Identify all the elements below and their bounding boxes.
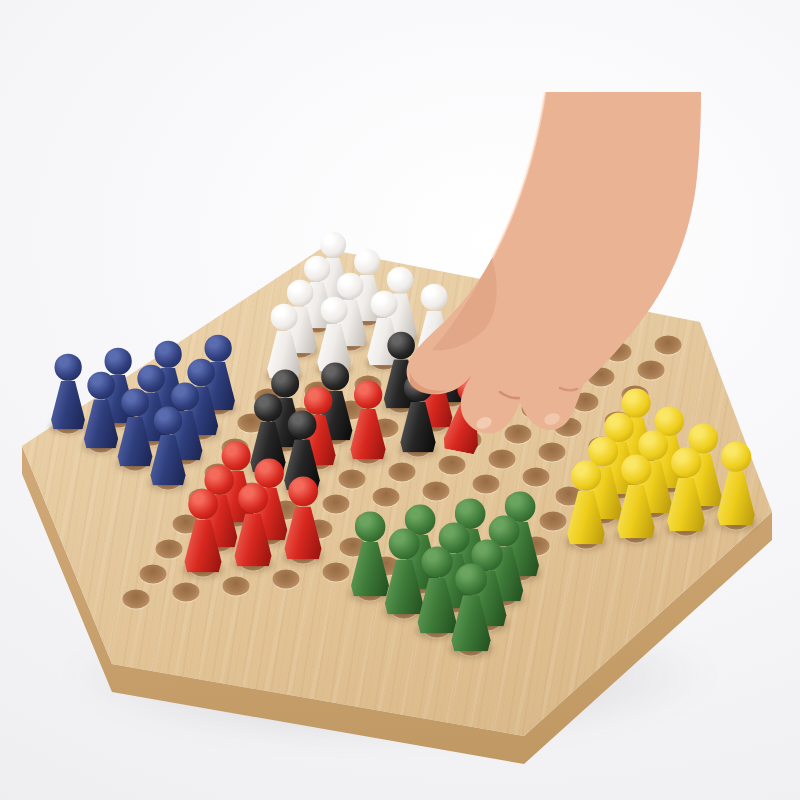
peg-body	[183, 520, 223, 573]
peg-head	[288, 411, 316, 439]
peg-black[interactable]	[397, 373, 439, 452]
peg-head	[121, 389, 149, 417]
peg-head	[54, 354, 81, 381]
peg-body	[616, 485, 657, 539]
peg-head	[371, 290, 398, 317]
peg-white[interactable]	[314, 297, 354, 372]
peg-head	[387, 266, 413, 292]
peg-yellow[interactable]	[564, 461, 609, 545]
peg-head	[404, 373, 432, 401]
peg-head	[288, 476, 317, 505]
peg-layer	[0, 0, 800, 800]
peg-red[interactable]	[230, 483, 275, 566]
peg-head	[455, 564, 486, 595]
peg-yellow[interactable]	[614, 454, 659, 538]
peg-body	[233, 513, 273, 566]
peg-body	[399, 402, 437, 452]
peg-head	[388, 332, 415, 359]
peg-body	[716, 471, 757, 525]
peg-body	[349, 409, 387, 459]
peg-body	[566, 491, 607, 545]
peg-green[interactable]	[447, 564, 494, 652]
peg-head	[337, 273, 363, 299]
peg-head	[304, 255, 330, 281]
peg-blue[interactable]	[147, 406, 189, 485]
peg-head	[204, 334, 231, 361]
peg-head	[104, 347, 131, 374]
peg-head	[671, 448, 701, 478]
scene	[0, 0, 800, 800]
peg-head	[188, 490, 217, 519]
peg-head	[721, 441, 751, 471]
peg-head	[571, 461, 601, 491]
peg-white[interactable]	[264, 304, 304, 379]
peg-body	[149, 435, 187, 485]
peg-body	[666, 478, 707, 532]
peg-head	[321, 297, 348, 324]
peg-body	[440, 399, 487, 455]
peg-head	[421, 284, 448, 311]
peg-yellow[interactable]	[714, 441, 759, 525]
peg-body	[283, 506, 323, 559]
peg-head	[88, 372, 115, 399]
peg-yellow[interactable]	[664, 448, 709, 532]
peg-head	[188, 358, 215, 385]
peg-head	[438, 325, 465, 352]
peg-head	[621, 454, 651, 484]
peg-head	[354, 380, 382, 408]
peg-head	[271, 304, 298, 331]
peg-red[interactable]	[347, 380, 389, 459]
peg-red[interactable]	[180, 490, 225, 573]
peg-head	[254, 393, 282, 421]
peg-head	[320, 231, 346, 257]
peg-head	[287, 279, 313, 305]
peg-head	[455, 372, 487, 404]
peg-head	[154, 406, 182, 434]
peg-head	[471, 343, 499, 371]
peg-head	[354, 249, 380, 275]
peg-head	[238, 483, 267, 512]
peg-red[interactable]	[280, 476, 325, 559]
peg-body	[449, 596, 492, 652]
